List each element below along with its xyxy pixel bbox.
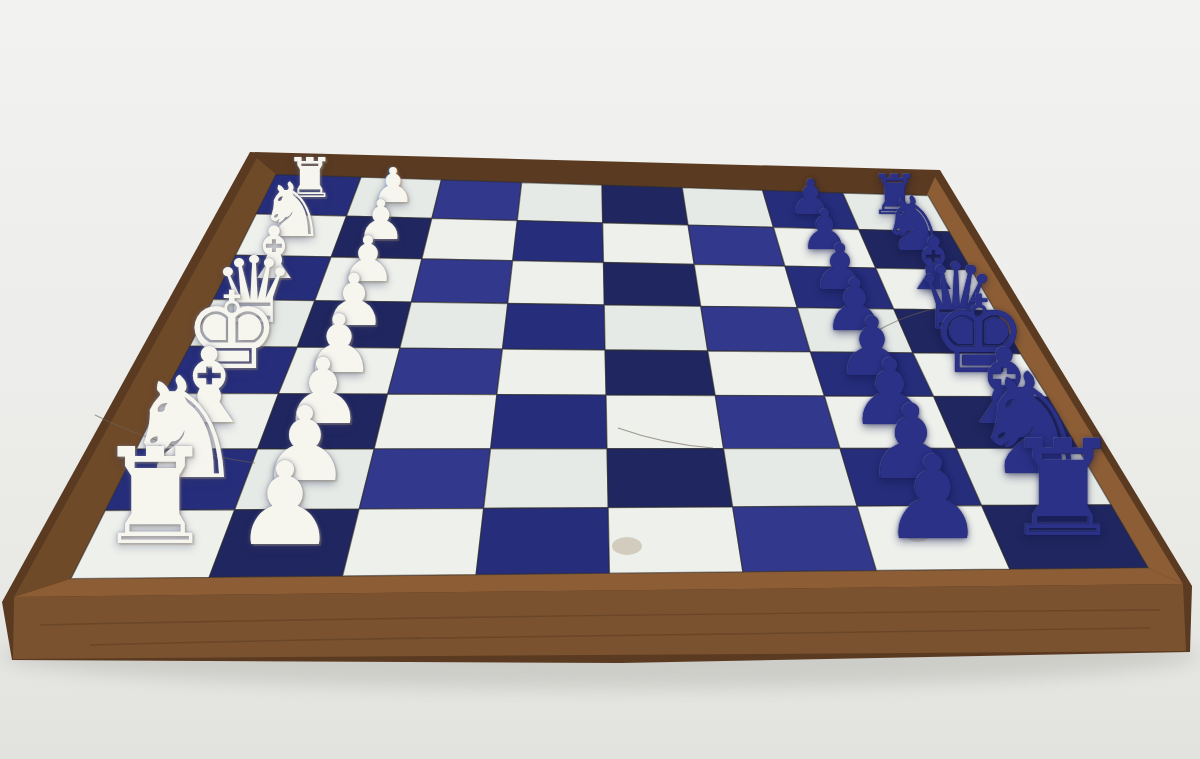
square-g4[interactable] — [484, 449, 609, 509]
square-b6[interactable] — [688, 225, 785, 266]
square-c3[interactable] — [411, 259, 512, 304]
piece-white-rook[interactable]: ♜ — [95, 431, 214, 564]
square-c5[interactable] — [604, 263, 701, 307]
tile-chip — [612, 537, 642, 555]
square-d3[interactable] — [400, 302, 508, 349]
square-e5[interactable] — [605, 350, 715, 396]
square-g6[interactable] — [724, 449, 858, 507]
square-b5[interactable] — [603, 223, 695, 265]
square-a5[interactable] — [602, 185, 688, 225]
square-h6[interactable] — [733, 506, 877, 572]
square-d4[interactable] — [503, 304, 606, 351]
square-e4[interactable] — [497, 349, 606, 395]
square-a6[interactable] — [682, 188, 773, 228]
square-g3[interactable] — [359, 449, 490, 509]
square-b4[interactable] — [513, 221, 604, 263]
piece-white-pawn[interactable]: ♟ — [233, 447, 336, 562]
square-f6[interactable] — [715, 396, 840, 449]
square-e3[interactable] — [388, 348, 503, 395]
square-e6[interactable] — [708, 351, 825, 396]
square-c6[interactable] — [694, 264, 797, 307]
studio-backdrop: ♜♟♟♜♞♟♟♞♝♟♟♝♛♟♟♛♚♟♟♚♝♟♟♝♞♟♟♞♜♟♟♜ — [0, 0, 1200, 759]
square-g5[interactable] — [607, 449, 733, 508]
square-a3[interactable] — [432, 180, 522, 221]
square-d5[interactable] — [604, 305, 708, 351]
square-f3[interactable] — [374, 394, 497, 449]
piece-blue-pawn[interactable]: ♟ — [881, 441, 984, 556]
square-f4[interactable] — [491, 395, 607, 449]
square-h3[interactable] — [343, 508, 484, 576]
square-h4[interactable] — [476, 508, 609, 575]
piece-blue-rook[interactable]: ♜ — [1003, 423, 1122, 556]
square-d6[interactable] — [701, 306, 811, 352]
square-b3[interactable] — [422, 218, 517, 260]
square-c4[interactable] — [508, 261, 605, 305]
square-a4[interactable] — [517, 183, 602, 223]
